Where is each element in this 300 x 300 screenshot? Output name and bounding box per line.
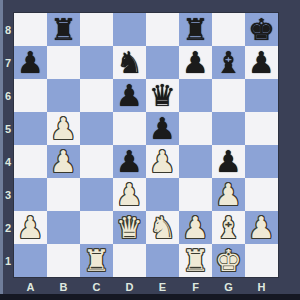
square-e1[interactable]	[146, 244, 179, 277]
square-d1[interactable]	[113, 244, 146, 277]
square-a5[interactable]	[14, 112, 47, 145]
square-h6[interactable]	[245, 79, 278, 112]
square-c7[interactable]	[80, 46, 113, 79]
square-g8[interactable]	[212, 13, 245, 46]
square-c5[interactable]	[80, 112, 113, 145]
black-knight-d7: ♞	[116, 46, 143, 79]
black-pawn-d6: ♟	[116, 79, 143, 112]
black-rook-f8: ♜	[182, 13, 209, 46]
square-g1[interactable]: ♚	[212, 244, 245, 277]
square-a7[interactable]: ♟	[14, 46, 47, 79]
square-a2[interactable]: ♟	[14, 211, 47, 244]
square-c3[interactable]	[80, 178, 113, 211]
black-rook-b8: ♜	[50, 13, 77, 46]
square-e8[interactable]	[146, 13, 179, 46]
square-f2[interactable]: ♟	[179, 211, 212, 244]
square-a4[interactable]	[14, 145, 47, 178]
file-labels: ABCDEFGH	[14, 278, 278, 295]
square-a3[interactable]	[14, 178, 47, 211]
square-b3[interactable]	[47, 178, 80, 211]
black-pawn-h7: ♟	[248, 46, 275, 79]
square-f1[interactable]: ♜	[179, 244, 212, 277]
white-rook-c1: ♜	[83, 244, 110, 277]
bottom-edge-shadow	[0, 294, 300, 300]
square-h1[interactable]	[245, 244, 278, 277]
black-pawn-f7: ♟	[182, 46, 209, 79]
square-c2[interactable]	[80, 211, 113, 244]
square-e4[interactable]: ♟	[146, 145, 179, 178]
rank-label-3: 3	[2, 178, 14, 211]
square-b1[interactable]	[47, 244, 80, 277]
rank-label-2: 2	[2, 211, 14, 244]
square-d2[interactable]: ♛	[113, 211, 146, 244]
square-e7[interactable]	[146, 46, 179, 79]
square-b5[interactable]: ♟	[47, 112, 80, 145]
square-c8[interactable]	[80, 13, 113, 46]
black-king-h8: ♚	[248, 13, 275, 46]
square-e5[interactable]: ♟	[146, 112, 179, 145]
square-b6[interactable]	[47, 79, 80, 112]
square-b8[interactable]: ♜	[47, 13, 80, 46]
white-bishop-g2: ♝	[215, 211, 242, 244]
square-c1[interactable]: ♜	[80, 244, 113, 277]
rank-label-8: 8	[2, 13, 14, 46]
black-pawn-d4: ♟	[116, 145, 143, 178]
square-b4[interactable]: ♟	[47, 145, 80, 178]
file-label-a: A	[14, 278, 47, 295]
square-d5[interactable]	[113, 112, 146, 145]
square-g4[interactable]: ♟	[212, 145, 245, 178]
rank-label-1: 1	[2, 244, 14, 277]
square-c4[interactable]	[80, 145, 113, 178]
file-label-b: B	[47, 278, 80, 295]
white-pawn-e4: ♟	[149, 145, 176, 178]
black-pawn-g4: ♟	[215, 145, 242, 178]
square-a1[interactable]	[14, 244, 47, 277]
white-pawn-b4: ♟	[50, 145, 77, 178]
black-queen-e6: ♛	[149, 79, 176, 112]
square-f7[interactable]: ♟	[179, 46, 212, 79]
white-pawn-f2: ♟	[182, 211, 209, 244]
black-pawn-e5: ♟	[149, 112, 176, 145]
square-f6[interactable]	[179, 79, 212, 112]
square-h8[interactable]: ♚	[245, 13, 278, 46]
square-g5[interactable]	[212, 112, 245, 145]
white-pawn-b5: ♟	[50, 112, 77, 145]
white-pawn-d3: ♟	[116, 178, 143, 211]
file-label-c: C	[80, 278, 113, 295]
square-b7[interactable]	[47, 46, 80, 79]
white-pawn-a2: ♟	[17, 211, 44, 244]
white-rook-f1: ♜	[182, 244, 209, 277]
square-h3[interactable]	[245, 178, 278, 211]
file-label-e: E	[146, 278, 179, 295]
square-h2[interactable]: ♟	[245, 211, 278, 244]
black-bishop-g7: ♝	[215, 46, 242, 79]
square-d4[interactable]: ♟	[113, 145, 146, 178]
square-g2[interactable]: ♝	[212, 211, 245, 244]
rank-label-5: 5	[2, 112, 14, 145]
file-label-h: H	[245, 278, 278, 295]
square-a6[interactable]	[14, 79, 47, 112]
square-d7[interactable]: ♞	[113, 46, 146, 79]
square-h5[interactable]	[245, 112, 278, 145]
chess-board: ♜♜♚♟♞♟♝♟♟♛♟♟♟♟♟♟♟♟♟♛♞♟♝♟♜♜♚	[14, 13, 278, 277]
square-d3[interactable]: ♟	[113, 178, 146, 211]
file-label-f: F	[179, 278, 212, 295]
square-c6[interactable]	[80, 79, 113, 112]
square-d8[interactable]	[113, 13, 146, 46]
white-knight-e2: ♞	[149, 211, 176, 244]
rank-label-4: 4	[2, 145, 14, 178]
square-e6[interactable]: ♛	[146, 79, 179, 112]
square-g7[interactable]: ♝	[212, 46, 245, 79]
square-f5[interactable]	[179, 112, 212, 145]
square-f8[interactable]: ♜	[179, 13, 212, 46]
square-h7[interactable]: ♟	[245, 46, 278, 79]
black-pawn-a7: ♟	[17, 46, 44, 79]
square-a8[interactable]	[14, 13, 47, 46]
square-f3[interactable]	[179, 178, 212, 211]
file-label-d: D	[113, 278, 146, 295]
square-e3[interactable]	[146, 178, 179, 211]
square-h4[interactable]	[245, 145, 278, 178]
rank-label-6: 6	[2, 79, 14, 112]
white-pawn-h2: ♟	[248, 211, 275, 244]
white-king-g1: ♚	[215, 244, 242, 277]
square-b2[interactable]	[47, 211, 80, 244]
square-g3[interactable]: ♟	[212, 178, 245, 211]
white-pawn-g3: ♟	[215, 178, 242, 211]
square-f4[interactable]	[179, 145, 212, 178]
square-g6[interactable]	[212, 79, 245, 112]
chess-diagram: ♜♜♚♟♞♟♝♟♟♛♟♟♟♟♟♟♟♟♟♛♞♟♝♟♜♜♚ 87654321 ABC…	[0, 0, 300, 300]
file-label-g: G	[212, 278, 245, 295]
square-d6[interactable]: ♟	[113, 79, 146, 112]
rank-labels: 87654321	[2, 13, 14, 277]
white-queen-d2: ♛	[116, 211, 143, 244]
rank-label-7: 7	[2, 46, 14, 79]
square-e2[interactable]: ♞	[146, 211, 179, 244]
